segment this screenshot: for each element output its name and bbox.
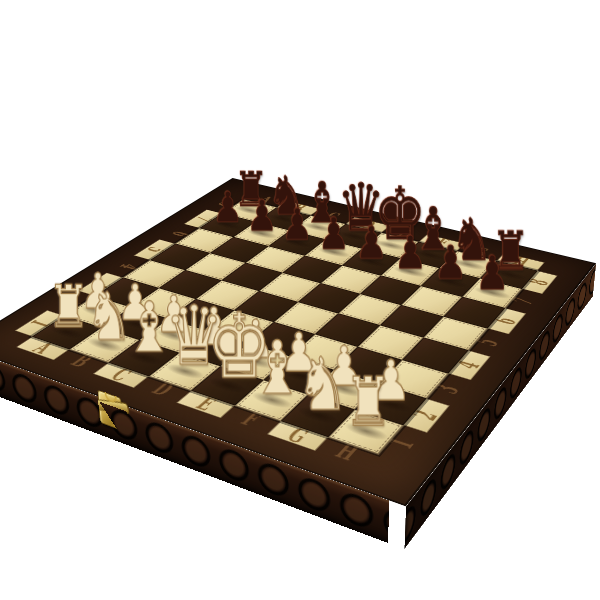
piece-white-rook[interactable]: ♜: [344, 367, 388, 434]
piece-white-rook[interactable]: ♜: [48, 276, 87, 335]
product-photo-scene: ABCDEFGH 87654321 87654321 ABCDEFGH ♜♞♝♛…: [0, 0, 600, 600]
piece-white-king[interactable]: ♚: [207, 299, 249, 390]
piece-white-bishop[interactable]: ♝: [251, 330, 294, 404]
piece-white-queen[interactable]: ♛: [165, 293, 206, 375]
piece-white-knight[interactable]: ♞: [85, 282, 124, 348]
piece-white-knight[interactable]: ♞: [296, 346, 339, 419]
chess-board-3d: ABCDEFGH 87654321 87654321 ABCDEFGH ♜♞♝♛…: [0, 178, 596, 507]
piece-white-bishop[interactable]: ♝: [124, 291, 164, 361]
